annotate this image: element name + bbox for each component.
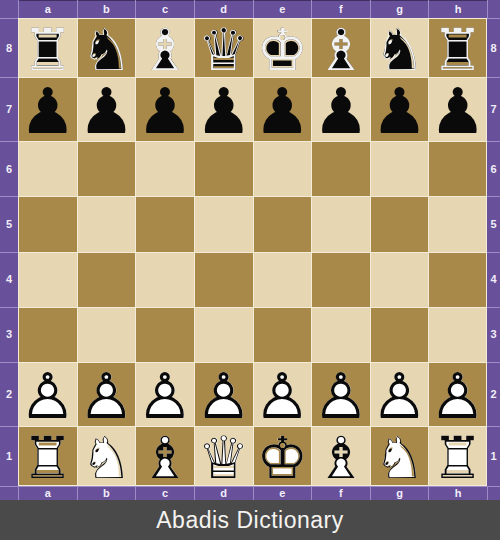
frame-corner-bottom-left [0, 486, 18, 500]
square-d7[interactable]: ♟ [194, 77, 253, 141]
square-g4[interactable] [370, 252, 429, 307]
square-e6[interactable] [253, 141, 312, 196]
square-c2[interactable]: ♟♙ [135, 362, 194, 426]
black-pawn-icon: ♟ [78, 80, 136, 143]
caption-bar: Abadis Dictionary [0, 500, 500, 540]
square-f2[interactable]: ♟♙ [311, 362, 370, 426]
frame-corner-bottom-right [487, 486, 500, 500]
square-f7[interactable]: ♟ [311, 77, 370, 141]
square-h4[interactable] [428, 252, 487, 307]
file-label-bottom-a: a [18, 486, 77, 500]
white-queen-icon: ♛♕ [195, 429, 253, 487]
square-d3[interactable] [194, 307, 253, 362]
square-e4[interactable] [253, 252, 312, 307]
square-a3[interactable] [18, 307, 77, 362]
square-c7[interactable]: ♟ [135, 77, 194, 141]
square-h2[interactable]: ♟♙ [428, 362, 487, 426]
square-g3[interactable] [370, 307, 429, 362]
white-knight-icon: ♞♘ [78, 429, 136, 487]
white-bishop-icon: ♝♗ [136, 429, 194, 487]
file-label-top-a: a [18, 0, 77, 18]
square-h3[interactable] [428, 307, 487, 362]
square-b8[interactable]: ♞♘ [77, 18, 136, 77]
square-h1[interactable]: ♜♖ [428, 426, 487, 486]
rank-label-left-2: 2 [0, 362, 18, 426]
file-label-top-d: d [194, 0, 253, 18]
black-queen-icon: ♛♕ [195, 21, 253, 79]
square-b7[interactable]: ♟ [77, 77, 136, 141]
square-c1[interactable]: ♝♗ [135, 426, 194, 486]
square-f8[interactable]: ♝♗ [311, 18, 370, 77]
square-c5[interactable] [135, 196, 194, 251]
white-rook-icon: ♜♖ [19, 429, 77, 487]
file-label-top-f: f [311, 0, 370, 18]
square-d6[interactable] [194, 141, 253, 196]
square-b3[interactable] [77, 307, 136, 362]
square-e3[interactable] [253, 307, 312, 362]
rank-label-right-5: 5 [487, 196, 500, 251]
square-d5[interactable] [194, 196, 253, 251]
rank-label-right-8: 8 [487, 18, 500, 77]
square-h8[interactable]: ♜♖ [428, 18, 487, 77]
square-e8[interactable]: ♚♔ [253, 18, 312, 77]
file-label-bottom-c: c [135, 486, 194, 500]
rank-label-left-6: 6 [0, 141, 18, 196]
frame-corner-top-right [487, 0, 500, 18]
black-pawn-icon: ♟ [254, 80, 312, 143]
screenshot-root: abcdefgh8♜♖♞♘♝♗♛♕♚♔♝♗♞♘♜♖87♟♟♟♟♟♟♟♟76655… [0, 0, 500, 540]
white-pawn-icon: ♟♙ [429, 365, 486, 428]
file-label-bottom-e: e [253, 486, 312, 500]
white-king-icon: ♚♔ [254, 429, 312, 487]
rank-label-left-5: 5 [0, 196, 18, 251]
white-bishop-icon: ♝♗ [312, 429, 370, 487]
file-label-top-e: e [253, 0, 312, 18]
square-f6[interactable] [311, 141, 370, 196]
black-pawn-icon: ♟ [19, 80, 77, 143]
caption-text: Abadis Dictionary [156, 507, 343, 534]
square-d1[interactable]: ♛♕ [194, 426, 253, 486]
square-f3[interactable] [311, 307, 370, 362]
black-knight-icon: ♞♘ [371, 21, 429, 79]
square-g1[interactable]: ♞♘ [370, 426, 429, 486]
rank-label-right-4: 4 [487, 252, 500, 307]
file-label-bottom-g: g [370, 486, 429, 500]
file-label-bottom-b: b [77, 486, 136, 500]
square-e5[interactable] [253, 196, 312, 251]
square-g8[interactable]: ♞♘ [370, 18, 429, 77]
square-d8[interactable]: ♛♕ [194, 18, 253, 77]
square-g2[interactable]: ♟♙ [370, 362, 429, 426]
rank-label-right-7: 7 [487, 77, 500, 141]
rank-label-right-3: 3 [487, 307, 500, 362]
square-a6[interactable] [18, 141, 77, 196]
white-pawn-icon: ♟♙ [78, 365, 136, 428]
square-e1[interactable]: ♚♔ [253, 426, 312, 486]
square-a2[interactable]: ♟♙ [18, 362, 77, 426]
square-e2[interactable]: ♟♙ [253, 362, 312, 426]
square-g5[interactable] [370, 196, 429, 251]
square-f1[interactable]: ♝♗ [311, 426, 370, 486]
file-label-bottom-d: d [194, 486, 253, 500]
rank-label-left-1: 1 [0, 426, 18, 486]
white-pawn-icon: ♟♙ [371, 365, 429, 428]
black-pawn-icon: ♟ [371, 80, 429, 143]
file-label-top-g: g [370, 0, 429, 18]
square-g7[interactable]: ♟ [370, 77, 429, 141]
black-pawn-icon: ♟ [136, 80, 194, 143]
square-d2[interactable]: ♟♙ [194, 362, 253, 426]
square-a8[interactable]: ♜♖ [18, 18, 77, 77]
square-h7[interactable]: ♟ [428, 77, 487, 141]
square-f4[interactable] [311, 252, 370, 307]
square-b1[interactable]: ♞♘ [77, 426, 136, 486]
black-pawn-icon: ♟ [312, 80, 370, 143]
square-h5[interactable] [428, 196, 487, 251]
file-label-top-b: b [77, 0, 136, 18]
square-e7[interactable]: ♟ [253, 77, 312, 141]
rank-label-right-1: 1 [487, 426, 500, 486]
square-c3[interactable] [135, 307, 194, 362]
square-a1[interactable]: ♜♖ [18, 426, 77, 486]
file-label-bottom-f: f [311, 486, 370, 500]
black-bishop-icon: ♝♗ [136, 21, 194, 79]
black-rook-icon: ♜♖ [19, 21, 77, 79]
square-b5[interactable] [77, 196, 136, 251]
rank-label-left-8: 8 [0, 18, 18, 77]
rank-label-right-2: 2 [487, 362, 500, 426]
file-label-bottom-h: h [428, 486, 487, 500]
file-label-top-c: c [135, 0, 194, 18]
square-d4[interactable] [194, 252, 253, 307]
white-pawn-icon: ♟♙ [19, 365, 77, 428]
square-b6[interactable] [77, 141, 136, 196]
square-g6[interactable] [370, 141, 429, 196]
chess-board-frame: abcdefgh8♜♖♞♘♝♗♛♕♚♔♝♗♞♘♜♖87♟♟♟♟♟♟♟♟76655… [0, 0, 500, 500]
square-a7[interactable]: ♟ [18, 77, 77, 141]
frame-corner-top-left [0, 0, 18, 18]
rank-label-right-6: 6 [487, 141, 500, 196]
white-pawn-icon: ♟♙ [136, 365, 194, 428]
white-pawn-icon: ♟♙ [312, 365, 370, 428]
file-label-top-h: h [428, 0, 487, 18]
square-f5[interactable] [311, 196, 370, 251]
square-a4[interactable] [18, 252, 77, 307]
black-bishop-icon: ♝♗ [312, 21, 370, 79]
black-pawn-icon: ♟ [195, 80, 253, 143]
rank-label-left-4: 4 [0, 252, 18, 307]
white-knight-icon: ♞♘ [371, 429, 429, 487]
black-knight-icon: ♞♘ [78, 21, 136, 79]
square-b4[interactable] [77, 252, 136, 307]
square-c6[interactable] [135, 141, 194, 196]
black-rook-icon: ♜♖ [429, 21, 486, 79]
square-c8[interactable]: ♝♗ [135, 18, 194, 77]
rank-label-left-3: 3 [0, 307, 18, 362]
black-king-icon: ♚♔ [254, 21, 312, 79]
square-c4[interactable] [135, 252, 194, 307]
white-pawn-icon: ♟♙ [195, 365, 253, 428]
rank-label-left-7: 7 [0, 77, 18, 141]
white-rook-icon: ♜♖ [429, 429, 486, 487]
square-h6[interactable] [428, 141, 487, 196]
black-pawn-icon: ♟ [429, 80, 486, 143]
white-pawn-icon: ♟♙ [254, 365, 312, 428]
square-b2[interactable]: ♟♙ [77, 362, 136, 426]
square-a5[interactable] [18, 196, 77, 251]
